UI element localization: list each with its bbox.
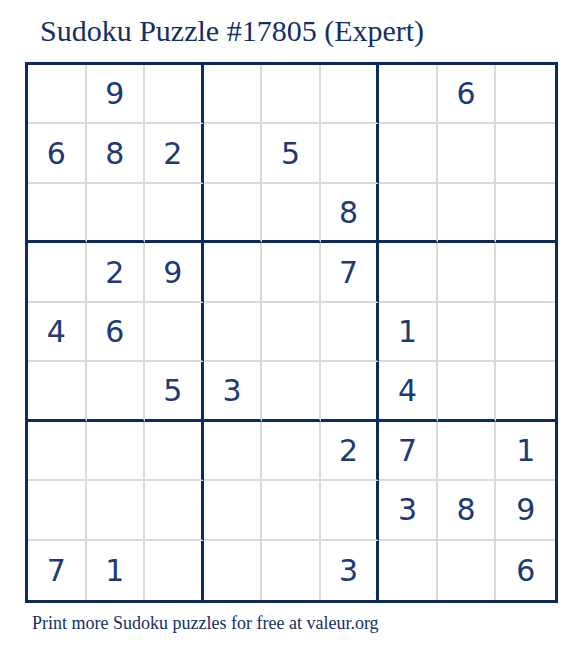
cell-r2c7[interactable] bbox=[379, 124, 438, 183]
cell-r4c2[interactable]: 2 bbox=[87, 243, 146, 302]
cell-r5c7[interactable]: 1 bbox=[379, 303, 438, 362]
cell-r5c6[interactable] bbox=[321, 303, 380, 362]
cell-r9c9[interactable]: 6 bbox=[496, 541, 555, 600]
cell-r4c4[interactable] bbox=[204, 243, 263, 302]
cell-r9c1[interactable]: 7 bbox=[28, 541, 87, 600]
cell-r7c3[interactable] bbox=[145, 422, 204, 481]
cell-r5c2[interactable]: 6 bbox=[87, 303, 146, 362]
cell-r6c4[interactable]: 3 bbox=[204, 362, 263, 421]
cell-r2c1[interactable]: 6 bbox=[28, 124, 87, 183]
cell-r6c6[interactable] bbox=[321, 362, 380, 421]
cell-r3c6[interactable]: 8 bbox=[321, 184, 380, 243]
cell-r3c5[interactable] bbox=[262, 184, 321, 243]
cell-r5c9[interactable] bbox=[496, 303, 555, 362]
cell-r3c8[interactable] bbox=[438, 184, 497, 243]
cell-r5c5[interactable] bbox=[262, 303, 321, 362]
cell-r7c9[interactable]: 1 bbox=[496, 422, 555, 481]
cell-r9c7[interactable] bbox=[379, 541, 438, 600]
cell-r5c3[interactable] bbox=[145, 303, 204, 362]
cell-r6c9[interactable] bbox=[496, 362, 555, 421]
cell-r2c2[interactable]: 8 bbox=[87, 124, 146, 183]
cell-r1c3[interactable] bbox=[145, 65, 204, 124]
cell-r2c4[interactable] bbox=[204, 124, 263, 183]
cell-r7c1[interactable] bbox=[28, 422, 87, 481]
cell-r3c2[interactable] bbox=[87, 184, 146, 243]
cell-r8c5[interactable] bbox=[262, 481, 321, 540]
cell-r7c6[interactable]: 2 bbox=[321, 422, 380, 481]
footer-text: Print more Sudoku puzzles for free at va… bbox=[32, 613, 379, 634]
cell-r7c2[interactable] bbox=[87, 422, 146, 481]
cell-r4c3[interactable]: 9 bbox=[145, 243, 204, 302]
cell-r2c5[interactable]: 5 bbox=[262, 124, 321, 183]
cell-r6c3[interactable]: 5 bbox=[145, 362, 204, 421]
cell-r5c8[interactable] bbox=[438, 303, 497, 362]
cell-r6c8[interactable] bbox=[438, 362, 497, 421]
cell-r6c1[interactable] bbox=[28, 362, 87, 421]
cell-r1c8[interactable]: 6 bbox=[438, 65, 497, 124]
cell-r8c2[interactable] bbox=[87, 481, 146, 540]
cell-r6c5[interactable] bbox=[262, 362, 321, 421]
cell-r3c1[interactable] bbox=[28, 184, 87, 243]
sudoku-board: 96682582974615342713897136 bbox=[25, 62, 558, 603]
cell-r5c1[interactable]: 4 bbox=[28, 303, 87, 362]
cell-r3c7[interactable] bbox=[379, 184, 438, 243]
cell-r3c4[interactable] bbox=[204, 184, 263, 243]
cell-r8c8[interactable]: 8 bbox=[438, 481, 497, 540]
cell-r1c9[interactable] bbox=[496, 65, 555, 124]
cell-r9c3[interactable] bbox=[145, 541, 204, 600]
cell-r9c4[interactable] bbox=[204, 541, 263, 600]
cell-r8c3[interactable] bbox=[145, 481, 204, 540]
cell-r8c4[interactable] bbox=[204, 481, 263, 540]
cell-r9c6[interactable]: 3 bbox=[321, 541, 380, 600]
cell-r5c4[interactable] bbox=[204, 303, 263, 362]
cell-r1c2[interactable]: 9 bbox=[87, 65, 146, 124]
sudoku-page: Sudoku Puzzle #17805 (Expert) 9668258297… bbox=[0, 0, 580, 651]
cell-r8c6[interactable] bbox=[321, 481, 380, 540]
cell-r2c3[interactable]: 2 bbox=[145, 124, 204, 183]
cell-r2c6[interactable] bbox=[321, 124, 380, 183]
cell-r7c4[interactable] bbox=[204, 422, 263, 481]
page-title: Sudoku Puzzle #17805 (Expert) bbox=[40, 14, 424, 48]
cell-r1c4[interactable] bbox=[204, 65, 263, 124]
cell-r6c7[interactable]: 4 bbox=[379, 362, 438, 421]
cell-r8c9[interactable]: 9 bbox=[496, 481, 555, 540]
cell-r1c5[interactable] bbox=[262, 65, 321, 124]
cell-r8c7[interactable]: 3 bbox=[379, 481, 438, 540]
cell-r9c5[interactable] bbox=[262, 541, 321, 600]
cell-r4c8[interactable] bbox=[438, 243, 497, 302]
cell-r2c9[interactable] bbox=[496, 124, 555, 183]
cell-r3c9[interactable] bbox=[496, 184, 555, 243]
cell-r4c7[interactable] bbox=[379, 243, 438, 302]
cell-r7c5[interactable] bbox=[262, 422, 321, 481]
cell-r4c6[interactable]: 7 bbox=[321, 243, 380, 302]
cell-r4c9[interactable] bbox=[496, 243, 555, 302]
cell-r6c2[interactable] bbox=[87, 362, 146, 421]
cell-r7c7[interactable]: 7 bbox=[379, 422, 438, 481]
cell-r1c7[interactable] bbox=[379, 65, 438, 124]
cell-r4c5[interactable] bbox=[262, 243, 321, 302]
cell-r3c3[interactable] bbox=[145, 184, 204, 243]
cell-r4c1[interactable] bbox=[28, 243, 87, 302]
cell-r1c1[interactable] bbox=[28, 65, 87, 124]
cell-r7c8[interactable] bbox=[438, 422, 497, 481]
cell-r1c6[interactable] bbox=[321, 65, 380, 124]
cell-r8c1[interactable] bbox=[28, 481, 87, 540]
cell-r2c8[interactable] bbox=[438, 124, 497, 183]
cell-r9c8[interactable] bbox=[438, 541, 497, 600]
cell-r9c2[interactable]: 1 bbox=[87, 541, 146, 600]
